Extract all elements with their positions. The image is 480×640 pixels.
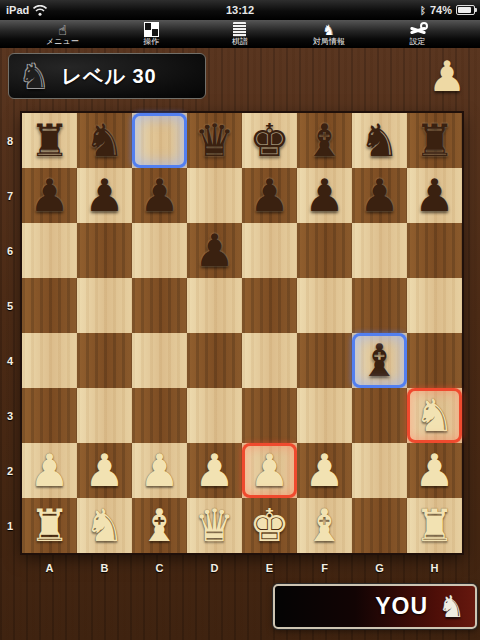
white-pawn-icon: ♟ <box>428 50 466 104</box>
rank-label-2: 2 <box>0 443 20 498</box>
opponent-level-label: レベル 30 <box>61 63 156 90</box>
black-pawn: ♟ <box>132 168 187 223</box>
black-knight: ♞ <box>352 113 407 168</box>
opponent-level-panel[interactable]: ♞ レベル 30 <box>8 53 206 99</box>
black-king: ♚ <box>242 113 297 168</box>
square-b3[interactable] <box>77 388 132 443</box>
square-b8[interactable]: ♞ <box>77 113 132 168</box>
square-f2[interactable]: ♟ <box>297 443 352 498</box>
player-panel[interactable]: YOU ♞ <box>273 584 477 629</box>
square-c4[interactable] <box>132 333 187 388</box>
toolbar: ☝メニュー操作棋譜♞対局情報設定 <box>0 20 480 48</box>
white-pawn: ♟ <box>22 443 77 498</box>
file-label-d: D <box>187 555 242 581</box>
file-label-e: E <box>242 555 297 581</box>
chess-app-screen: iPad 13:12 ᛒ 74% ☝メニュー操作棋譜♞対局情報設定 ♞ レベル … <box>0 0 480 640</box>
square-e5[interactable] <box>242 278 297 333</box>
square-e2[interactable]: ♟ <box>242 443 297 498</box>
red-highlight <box>242 443 297 498</box>
square-b5[interactable] <box>77 278 132 333</box>
square-d5[interactable] <box>187 278 242 333</box>
black-pawn: ♟ <box>352 168 407 223</box>
square-e4[interactable] <box>242 333 297 388</box>
white-bishop: ♝ <box>132 498 187 553</box>
white-knight: ♞ <box>407 388 462 443</box>
square-e6[interactable] <box>242 223 297 278</box>
rank-label-4: 4 <box>0 333 20 388</box>
square-f7[interactable]: ♟ <box>297 168 352 223</box>
white-queen: ♛ <box>187 498 242 553</box>
square-g3[interactable] <box>352 388 407 443</box>
toolbar-item-settings[interactable]: 設定 <box>390 22 446 46</box>
square-h6[interactable] <box>407 223 462 278</box>
square-c5[interactable] <box>132 278 187 333</box>
square-a3[interactable] <box>22 388 77 443</box>
square-c6[interactable] <box>132 223 187 278</box>
black-bishop: ♝ <box>352 333 407 388</box>
toolbar-item-label: 操作 <box>143 38 159 46</box>
square-d4[interactable] <box>187 333 242 388</box>
white-pawn: ♟ <box>77 443 132 498</box>
wood-background: ♞ レベル 30 ♟ ♜♞♛♚♝♞♜♟♟♟♟♟♟♟♟♝♞♟♟♟♟♟♟♟♜♞♝♛♚… <box>0 48 480 640</box>
white-bishop: ♝ <box>297 498 352 553</box>
file-label-b: B <box>77 555 132 581</box>
square-d7[interactable] <box>187 168 242 223</box>
square-h2[interactable]: ♟ <box>407 443 462 498</box>
file-label-h: H <box>407 555 462 581</box>
square-a5[interactable] <box>22 278 77 333</box>
clock: 13:12 <box>0 4 480 16</box>
square-c3[interactable] <box>132 388 187 443</box>
square-f1[interactable]: ♝ <box>297 498 352 553</box>
opponent-bar: ♞ レベル 30 ♟ <box>0 48 480 106</box>
white-pawn: ♟ <box>132 443 187 498</box>
toolbar-item-game-info[interactable]: ♞対局情報 <box>301 22 357 46</box>
square-a7[interactable]: ♟ <box>22 168 77 223</box>
file-label-c: C <box>132 555 187 581</box>
square-b6[interactable] <box>77 223 132 278</box>
square-h8[interactable]: ♜ <box>407 113 462 168</box>
square-g8[interactable]: ♞ <box>352 113 407 168</box>
red-highlight <box>407 388 462 443</box>
square-g5[interactable] <box>352 278 407 333</box>
black-rook: ♜ <box>407 113 462 168</box>
square-c8[interactable] <box>132 113 187 168</box>
white-rook: ♜ <box>407 498 462 553</box>
square-c1[interactable]: ♝ <box>132 498 187 553</box>
chess-board: ♜♞♛♚♝♞♜♟♟♟♟♟♟♟♟♝♞♟♟♟♟♟♟♟♜♞♝♛♚♝♜ <box>22 113 462 553</box>
square-h5[interactable] <box>407 278 462 333</box>
square-d1[interactable]: ♛ <box>187 498 242 553</box>
player-label: YOU <box>375 593 428 620</box>
square-e1[interactable]: ♚ <box>242 498 297 553</box>
square-e3[interactable] <box>242 388 297 443</box>
knight-icon: ♞ <box>323 22 336 37</box>
toolbar-item-record[interactable]: 棋譜 <box>212 22 268 46</box>
black-pawn: ♟ <box>297 168 352 223</box>
black-pawn: ♟ <box>242 168 297 223</box>
bluetooth-icon: ᛒ <box>420 5 426 16</box>
toolbar-item-label: 設定 <box>410 38 426 46</box>
square-e8[interactable]: ♚ <box>242 113 297 168</box>
square-d3[interactable] <box>187 388 242 443</box>
square-e7[interactable]: ♟ <box>242 168 297 223</box>
square-d6[interactable]: ♟ <box>187 223 242 278</box>
black-pawn: ♟ <box>187 223 242 278</box>
square-f4[interactable] <box>297 333 352 388</box>
black-pawn: ♟ <box>77 168 132 223</box>
square-g4[interactable]: ♝ <box>352 333 407 388</box>
toolbar-item-label: 対局情報 <box>313 38 345 46</box>
square-g1[interactable] <box>352 498 407 553</box>
square-g6[interactable] <box>352 223 407 278</box>
white-knight-icon: ♞ <box>438 592 465 622</box>
rank-label-5: 5 <box>0 278 20 333</box>
white-pawn: ♟ <box>187 443 242 498</box>
file-label-f: F <box>297 555 352 581</box>
file-label-g: G <box>352 555 407 581</box>
document-lines-icon <box>233 22 246 37</box>
toolbar-item-label: 棋譜 <box>232 38 248 46</box>
black-knight-icon: ♞ <box>19 59 49 93</box>
square-f3[interactable] <box>297 388 352 443</box>
white-king: ♚ <box>242 498 297 553</box>
white-pawn: ♟ <box>297 443 352 498</box>
white-knight: ♞ <box>77 498 132 553</box>
square-h4[interactable] <box>407 333 462 388</box>
square-a2[interactable]: ♟ <box>22 443 77 498</box>
white-rook: ♜ <box>22 498 77 553</box>
square-b2[interactable]: ♟ <box>77 443 132 498</box>
rank-label-7: 7 <box>0 168 20 223</box>
black-bishop: ♝ <box>297 113 352 168</box>
blue-highlight <box>132 113 187 168</box>
square-a4[interactable] <box>22 333 77 388</box>
rank-label-8: 8 <box>0 113 20 168</box>
square-a6[interactable] <box>22 223 77 278</box>
white-pawn: ♟ <box>407 443 462 498</box>
square-b7[interactable]: ♟ <box>77 168 132 223</box>
square-b1[interactable]: ♞ <box>77 498 132 553</box>
square-d8[interactable]: ♛ <box>187 113 242 168</box>
battery-percent: 74% <box>430 4 452 16</box>
square-c2[interactable]: ♟ <box>132 443 187 498</box>
square-b4[interactable] <box>77 333 132 388</box>
black-pawn: ♟ <box>22 168 77 223</box>
square-c7[interactable]: ♟ <box>132 168 187 223</box>
hand-cursor-icon: ☝ <box>58 22 67 37</box>
battery-icon <box>456 5 475 15</box>
square-f5[interactable] <box>297 278 352 333</box>
rank-label-1: 1 <box>0 498 20 553</box>
square-h7[interactable]: ♟ <box>407 168 462 223</box>
square-g2[interactable] <box>352 443 407 498</box>
mini-board-icon <box>144 22 159 37</box>
white-pawn: ♟ <box>242 443 297 498</box>
status-bar: iPad 13:12 ᛒ 74% <box>0 0 480 20</box>
toolbar-item-controls[interactable]: 操作 <box>123 22 179 46</box>
rank-label-6: 6 <box>0 223 20 278</box>
board-area: ♜♞♛♚♝♞♜♟♟♟♟♟♟♟♟♝♞♟♟♟♟♟♟♟♜♞♝♛♚♝♜ 87654321… <box>0 106 480 584</box>
black-knight: ♞ <box>77 113 132 168</box>
blue-highlight <box>352 333 407 388</box>
file-label-a: A <box>22 555 77 581</box>
square-d2[interactable]: ♟ <box>187 443 242 498</box>
black-pawn: ♟ <box>407 168 462 223</box>
square-f8[interactable]: ♝ <box>297 113 352 168</box>
square-h3[interactable]: ♞ <box>407 388 462 443</box>
square-a1[interactable]: ♜ <box>22 498 77 553</box>
toolbar-item-menu[interactable]: ☝メニュー <box>34 22 90 46</box>
square-f6[interactable] <box>297 223 352 278</box>
square-h1[interactable]: ♜ <box>407 498 462 553</box>
black-queen: ♛ <box>187 113 242 168</box>
tools-icon <box>409 22 427 37</box>
toolbar-item-label: メニュー <box>46 38 79 46</box>
rank-label-3: 3 <box>0 388 20 443</box>
black-rook: ♜ <box>22 113 77 168</box>
square-g7[interactable]: ♟ <box>352 168 407 223</box>
square-a8[interactable]: ♜ <box>22 113 77 168</box>
player-bar: YOU ♞ <box>0 584 480 640</box>
